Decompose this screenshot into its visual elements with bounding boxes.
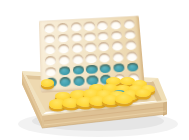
yellow-disc [122, 90, 139, 99]
board-hole-empty-r3c2 [58, 44, 69, 53]
board-hole-teal-disc-r6c5 [100, 75, 112, 85]
tray-shadow [18, 111, 178, 137]
yellow-disc [115, 94, 133, 104]
board-hole-empty-r4c2 [58, 55, 69, 65]
board-hole-empty-r1c2 [57, 23, 68, 32]
yellow-disc [89, 96, 107, 106]
yellow-disc [55, 92, 71, 101]
board-hole-empty-r2c2 [58, 33, 69, 42]
board-hole-empty-r2c3 [71, 33, 82, 42]
board-hole-empty-r3c7 [125, 41, 136, 50]
board-hole-teal-disc-r5c3 [72, 65, 83, 75]
yellow-disc [109, 91, 126, 100]
board-hole-empty-r1c4 [84, 21, 95, 30]
tray-front-wall-bottom-edge [42, 114, 167, 128]
board-hole-empty-r1c5 [97, 21, 108, 30]
board-hole-empty-r3c1 [45, 45, 56, 54]
connect-four-board [39, 15, 145, 92]
tray-right-rim [153, 78, 167, 103]
board-hole-empty-r2c6 [111, 31, 122, 40]
board-hole-empty-r4c1 [45, 56, 56, 66]
board-hole-empty-r6c6 [114, 74, 126, 84]
yellow-disc [76, 97, 94, 107]
board-hole-empty-r2c1 [44, 34, 55, 43]
board-hole-teal-disc-r5c2 [59, 66, 70, 76]
board-hole-teal-disc-r6c3 [73, 76, 84, 86]
board-hole-empty-r3c6 [112, 41, 123, 50]
board-hole-teal-disc-r5c7 [127, 62, 139, 72]
board-hole-empty-r1c6 [110, 20, 121, 29]
tray-front-right-corner [163, 101, 167, 116]
yellow-disc [83, 89, 100, 98]
board-hole-empty-r6c7 [128, 73, 140, 83]
tray-front-wall-grain [44, 107, 165, 121]
yellow-disc [62, 98, 80, 108]
board-hole-teal-disc-r6c4 [87, 76, 98, 86]
yellow-disc [102, 95, 120, 105]
board-hole-empty-r2c4 [84, 32, 95, 41]
board-hole-empty-r4c7 [126, 51, 138, 60]
board-hole-empty-r2c7 [124, 30, 135, 39]
board-hole-teal-disc-r5c5 [100, 64, 111, 74]
board-hole-empty-r3c5 [98, 42, 109, 51]
board-hole-empty-r4c4 [86, 54, 97, 64]
tray-front-wall-grain [44, 111, 166, 125]
tray-left-outer-wall [22, 71, 42, 128]
board-hole-empty-r3c3 [71, 43, 82, 52]
board-hole-empty-r3c4 [85, 43, 96, 52]
tray-front-wall-top-highlight [42, 101, 167, 115]
board-hole-teal-disc-r5c6 [113, 63, 125, 73]
board-hole-empty-r1c7 [124, 19, 135, 28]
tray-front-wall [42, 101, 167, 128]
yellow-disc [49, 99, 66, 108]
board-hole-empty-r4c3 [72, 54, 83, 64]
scene [0, 0, 189, 140]
tray-right-inner-wall [148, 81, 163, 104]
board-hole-empty-r2c5 [98, 31, 109, 40]
board-hole-empty-r1c1 [44, 23, 55, 32]
yellow-disc [96, 90, 113, 99]
board-hole-teal-disc-r6c1 [46, 78, 57, 88]
board-hole-empty-r1c3 [70, 22, 81, 31]
tray-left-outer-wall-shading [22, 78, 42, 128]
board-hole-teal-disc-r5c4 [86, 65, 97, 75]
teal-disc [113, 90, 126, 97]
yellow-disc [70, 90, 87, 99]
board-hole-empty-r5c1 [45, 67, 56, 77]
teal-disc [70, 96, 84, 104]
tray-shadow [32, 111, 164, 131]
board-hole-empty-r4c6 [113, 52, 124, 61]
board-hole-empty-r4c5 [99, 53, 110, 62]
yellow-disc [135, 89, 151, 98]
board-hole-teal-disc-r6c2 [59, 77, 70, 87]
